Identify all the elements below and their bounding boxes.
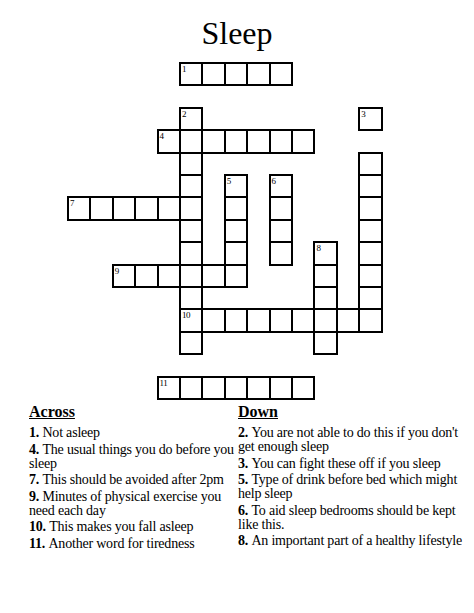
cell-number-10: 10 — [182, 310, 190, 320]
clue-across-10: 10This makes you fall asleep — [29, 520, 241, 534]
grid-cell-r11c5[interactable]: 10 — [179, 308, 203, 332]
cell-number-9: 9 — [115, 266, 119, 276]
grid-cell-r14c10[interactable] — [291, 376, 315, 400]
grid-cell-r6c7[interactable] — [224, 196, 248, 220]
grid-cell-r6c13[interactable] — [358, 196, 382, 220]
grid-cell-r12c11[interactable] — [313, 331, 337, 355]
grid-cell-r14c7[interactable] — [224, 376, 248, 400]
grid-cell-r11c6[interactable] — [201, 308, 225, 332]
grid-cell-r0c5[interactable]: 1 — [179, 62, 203, 86]
cell-number-8: 8 — [316, 243, 320, 253]
grid-cell-r14c6[interactable] — [201, 376, 225, 400]
clue-across-4-text: The usual things you do before you sleep — [29, 442, 234, 471]
grid-cell-r8c7[interactable] — [224, 241, 248, 265]
grid-cell-r7c5[interactable] — [179, 219, 203, 243]
clue-down-2: 2You are not able to do this if you don'… — [238, 426, 474, 454]
grid-cell-r6c1[interactable] — [89, 196, 113, 220]
clue-down-8-text: An important part of a healthy lifestyle — [251, 533, 462, 548]
grid-cell-r9c3[interactable] — [134, 264, 158, 288]
clue-down-5-text: Type of drink before bed which might hel… — [238, 472, 457, 501]
cell-number-2: 2 — [182, 109, 186, 119]
clue-down-6-number: 6 — [238, 503, 251, 518]
cell-number-7: 7 — [70, 198, 74, 208]
clue-across-7-number: 7 — [29, 472, 42, 487]
clue-across-10-number: 10 — [29, 519, 49, 534]
grid-cell-r3c10[interactable] — [291, 129, 315, 153]
across-header: Across — [29, 403, 241, 421]
clue-across-9-number: 9 — [29, 489, 42, 504]
grid-cell-r6c0[interactable]: 7 — [67, 196, 91, 220]
grid-cell-r5c5[interactable] — [179, 174, 203, 198]
clue-down-8: 8An important part of a healthy lifestyl… — [238, 534, 474, 548]
grid-cell-r11c13[interactable] — [358, 308, 382, 332]
clue-down-2-text: You are not able to do this if you don't… — [238, 425, 458, 454]
across-clues-section: Across 1Not asleep 4The usual things you… — [29, 403, 241, 553]
grid-cell-r14c8[interactable] — [246, 376, 270, 400]
grid-cell-r12c5[interactable] — [179, 331, 203, 355]
puzzle-title: Sleep — [0, 15, 474, 51]
grid-cell-r5c13[interactable] — [358, 174, 382, 198]
grid-cell-r3c5[interactable] — [179, 129, 203, 153]
grid-cell-r9c2[interactable]: 9 — [112, 264, 136, 288]
cell-number-3: 3 — [361, 109, 365, 119]
grid-cell-r9c13[interactable] — [358, 264, 382, 288]
clue-across-4-number: 4 — [29, 442, 42, 457]
grid-cell-r3c4[interactable]: 4 — [157, 129, 181, 153]
grid-cell-r2c13[interactable]: 3 — [358, 107, 382, 131]
grid-cell-r8c9[interactable] — [269, 241, 293, 265]
grid-cell-r0c8[interactable] — [246, 62, 270, 86]
clue-across-9-text: Minutes of physical exercise you need ea… — [29, 489, 221, 518]
clue-down-6-text: To aid sleep bedrooms should be kept lik… — [238, 503, 456, 532]
down-header: Down — [238, 403, 474, 421]
grid-cell-r14c9[interactable] — [269, 376, 293, 400]
grid-cell-r5c7[interactable]: 5 — [224, 174, 248, 198]
grid-cell-r6c4[interactable] — [157, 196, 181, 220]
grid-cell-r3c9[interactable] — [269, 129, 293, 153]
cell-number-4: 4 — [160, 131, 164, 141]
grid-cell-r7c9[interactable] — [269, 219, 293, 243]
grid-cell-r6c9[interactable] — [269, 196, 293, 220]
grid-cell-r14c4[interactable]: 11 — [157, 376, 181, 400]
grid-cell-r3c8[interactable] — [246, 129, 270, 153]
clue-across-1: 1Not asleep — [29, 426, 241, 440]
grid-cell-r11c8[interactable] — [246, 308, 270, 332]
clue-down-6: 6To aid sleep bedrooms should be kept li… — [238, 504, 474, 532]
grid-cell-r4c5[interactable] — [179, 152, 203, 176]
clue-across-7-text: This should be avoided after 2pm — [42, 472, 223, 487]
clue-down-8-number: 8 — [238, 533, 251, 548]
grid-cell-r11c9[interactable] — [269, 308, 293, 332]
cell-number-11: 11 — [160, 378, 168, 388]
down-clues-section: Down 2You are not able to do this if you… — [238, 403, 474, 551]
grid-cell-r11c7[interactable] — [224, 308, 248, 332]
grid-cell-r5c9[interactable]: 6 — [269, 174, 293, 198]
grid-cell-r9c6[interactable] — [201, 264, 225, 288]
cell-number-1: 1 — [182, 64, 186, 74]
grid-cell-r8c5[interactable] — [179, 241, 203, 265]
clue-across-11: 11Another word for tiredness — [29, 537, 241, 551]
grid-cell-r9c11[interactable] — [313, 264, 337, 288]
clue-across-10-text: This makes you fall asleep — [49, 519, 193, 534]
grid-cell-r8c11[interactable]: 8 — [313, 241, 337, 265]
grid-cell-r0c7[interactable] — [224, 62, 248, 86]
clue-across-4: 4The usual things you do before you slee… — [29, 443, 241, 471]
grid-cell-r9c7[interactable] — [224, 264, 248, 288]
crossword-grid: 1234567891011 — [68, 63, 383, 400]
cell-number-6: 6 — [272, 176, 276, 186]
grid-cell-r11c10[interactable] — [291, 308, 315, 332]
crossword-page: Sleep 1234567891011 Across 1Not asleep 4… — [0, 0, 474, 613]
grid-cell-r10c11[interactable] — [313, 286, 337, 310]
grid-cell-r6c3[interactable] — [134, 196, 158, 220]
grid-cell-r10c5[interactable] — [179, 286, 203, 310]
clue-across-7: 7This should be avoided after 2pm — [29, 473, 241, 487]
clue-down-2-number: 2 — [238, 425, 251, 440]
grid-cell-r3c7[interactable] — [224, 129, 248, 153]
clue-across-11-text: Another word for tiredness — [48, 536, 194, 551]
clue-across-11-number: 11 — [29, 536, 48, 551]
grid-cell-r10c13[interactable] — [358, 286, 382, 310]
grid-cell-r8c13[interactable] — [358, 241, 382, 265]
grid-cell-r0c9[interactable] — [269, 62, 293, 86]
clue-across-1-number: 1 — [29, 425, 42, 440]
grid-cell-r11c11[interactable] — [313, 308, 337, 332]
grid-cell-r6c5[interactable] — [179, 196, 203, 220]
clue-down-3-number: 3 — [238, 456, 251, 471]
grid-cell-r9c4[interactable] — [157, 264, 181, 288]
clue-down-3-text: You can fight these off if you sleep — [251, 456, 440, 471]
grid-cell-r4c13[interactable] — [358, 152, 382, 176]
clue-down-5: 5Type of drink before bed which might he… — [238, 473, 474, 501]
grid-cell-r3c6[interactable] — [201, 129, 225, 153]
grid-cell-r0c6[interactable] — [201, 62, 225, 86]
grid-cell-r7c13[interactable] — [358, 219, 382, 243]
clue-across-1-text: Not asleep — [42, 425, 99, 440]
grid-cell-r9c5[interactable] — [179, 264, 203, 288]
grid-cell-r14c5[interactable] — [179, 376, 203, 400]
cell-number-5: 5 — [227, 176, 231, 186]
grid-cell-r2c5[interactable]: 2 — [179, 107, 203, 131]
grid-cell-r6c2[interactable] — [112, 196, 136, 220]
grid-cell-r11c12[interactable] — [336, 308, 360, 332]
clue-across-9: 9Minutes of physical exercise you need e… — [29, 490, 241, 518]
clue-down-5-number: 5 — [238, 472, 251, 487]
clue-down-3: 3You can fight these off if you sleep — [238, 457, 474, 471]
grid-cell-r7c7[interactable] — [224, 219, 248, 243]
